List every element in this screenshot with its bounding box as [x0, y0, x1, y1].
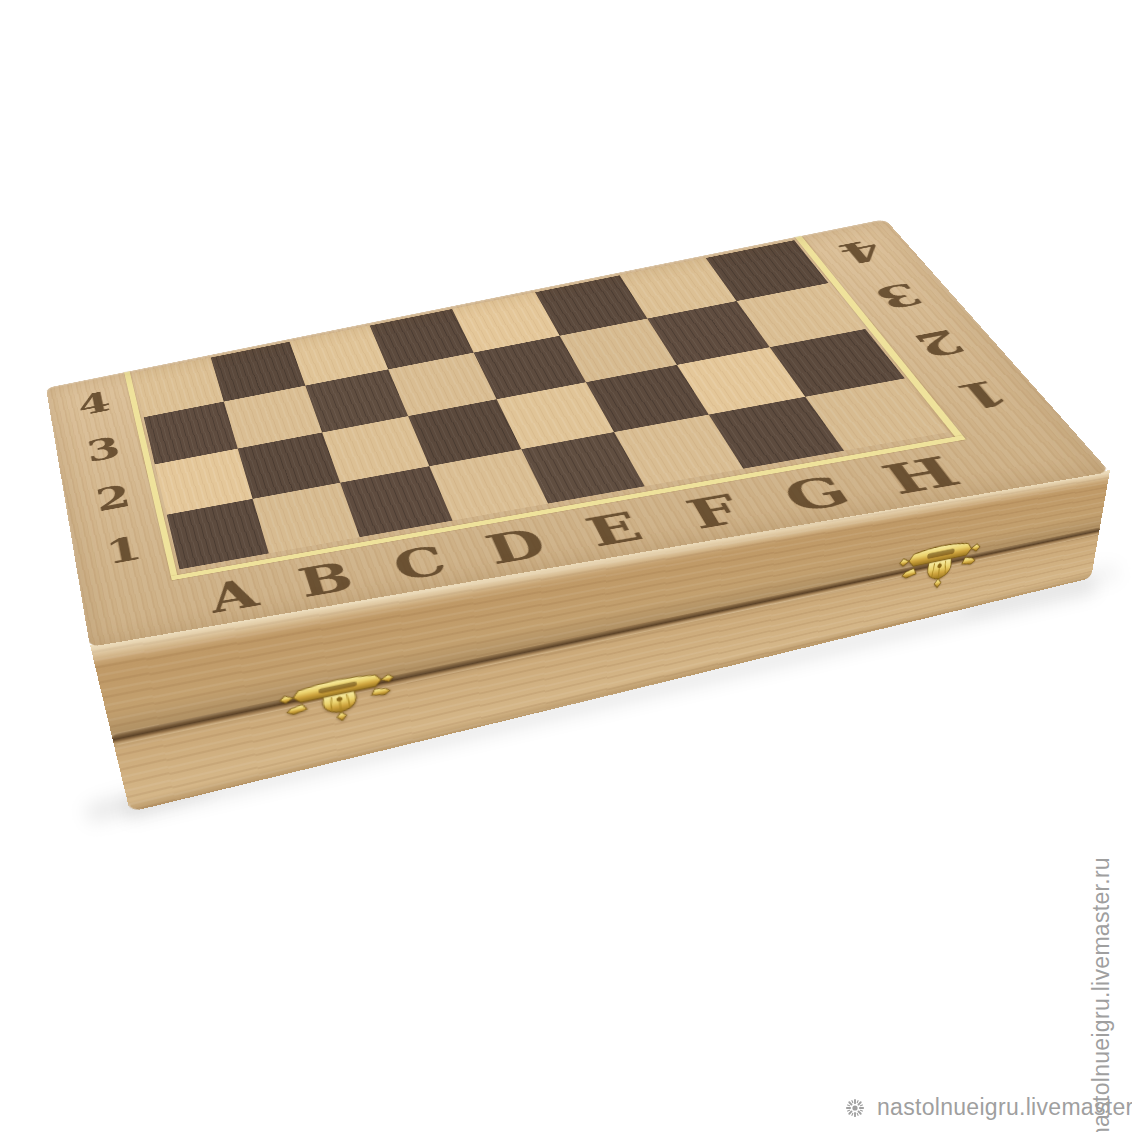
- brass-latch-left: [277, 667, 398, 737]
- rank-label-left-3: 3: [84, 432, 123, 466]
- rank-label-right-2: 2: [907, 325, 972, 362]
- brass-latch-right: [895, 537, 981, 601]
- file-label-g: G: [775, 470, 858, 518]
- watermark-horizontal: nastolnueigru.livemaster.ru: [842, 1094, 1132, 1121]
- rank-label-left-1: 1: [103, 531, 145, 569]
- livemaster-flower-icon: [842, 1095, 868, 1121]
- rank-label-right-3: 3: [868, 278, 930, 313]
- file-label-b: B: [294, 556, 358, 603]
- rank-label-right-1: 1: [948, 375, 1017, 414]
- rank-label-left-4: 4: [76, 388, 113, 420]
- file-label-d: D: [480, 523, 552, 571]
- file-label-a: A: [205, 573, 261, 619]
- file-label-e: E: [580, 506, 649, 553]
- watermark-text: nastolnueigru.livemaster.ru: [1088, 857, 1114, 1132]
- watermark-text: nastolnueigru.livemaster.ru: [877, 1094, 1132, 1121]
- watermark-vertical: nastolnueigru.livemaster.ru: [1088, 850, 1118, 1132]
- file-label-c: C: [388, 540, 452, 587]
- file-label-f: F: [680, 489, 750, 535]
- rank-label-right-4: 4: [832, 235, 891, 268]
- rank-label-left-2: 2: [93, 480, 133, 516]
- file-label-h: H: [875, 451, 969, 500]
- product-photo-scene: 44332211ABCDEFGH nastolnueigru.livemaste…: [0, 0, 1132, 1132]
